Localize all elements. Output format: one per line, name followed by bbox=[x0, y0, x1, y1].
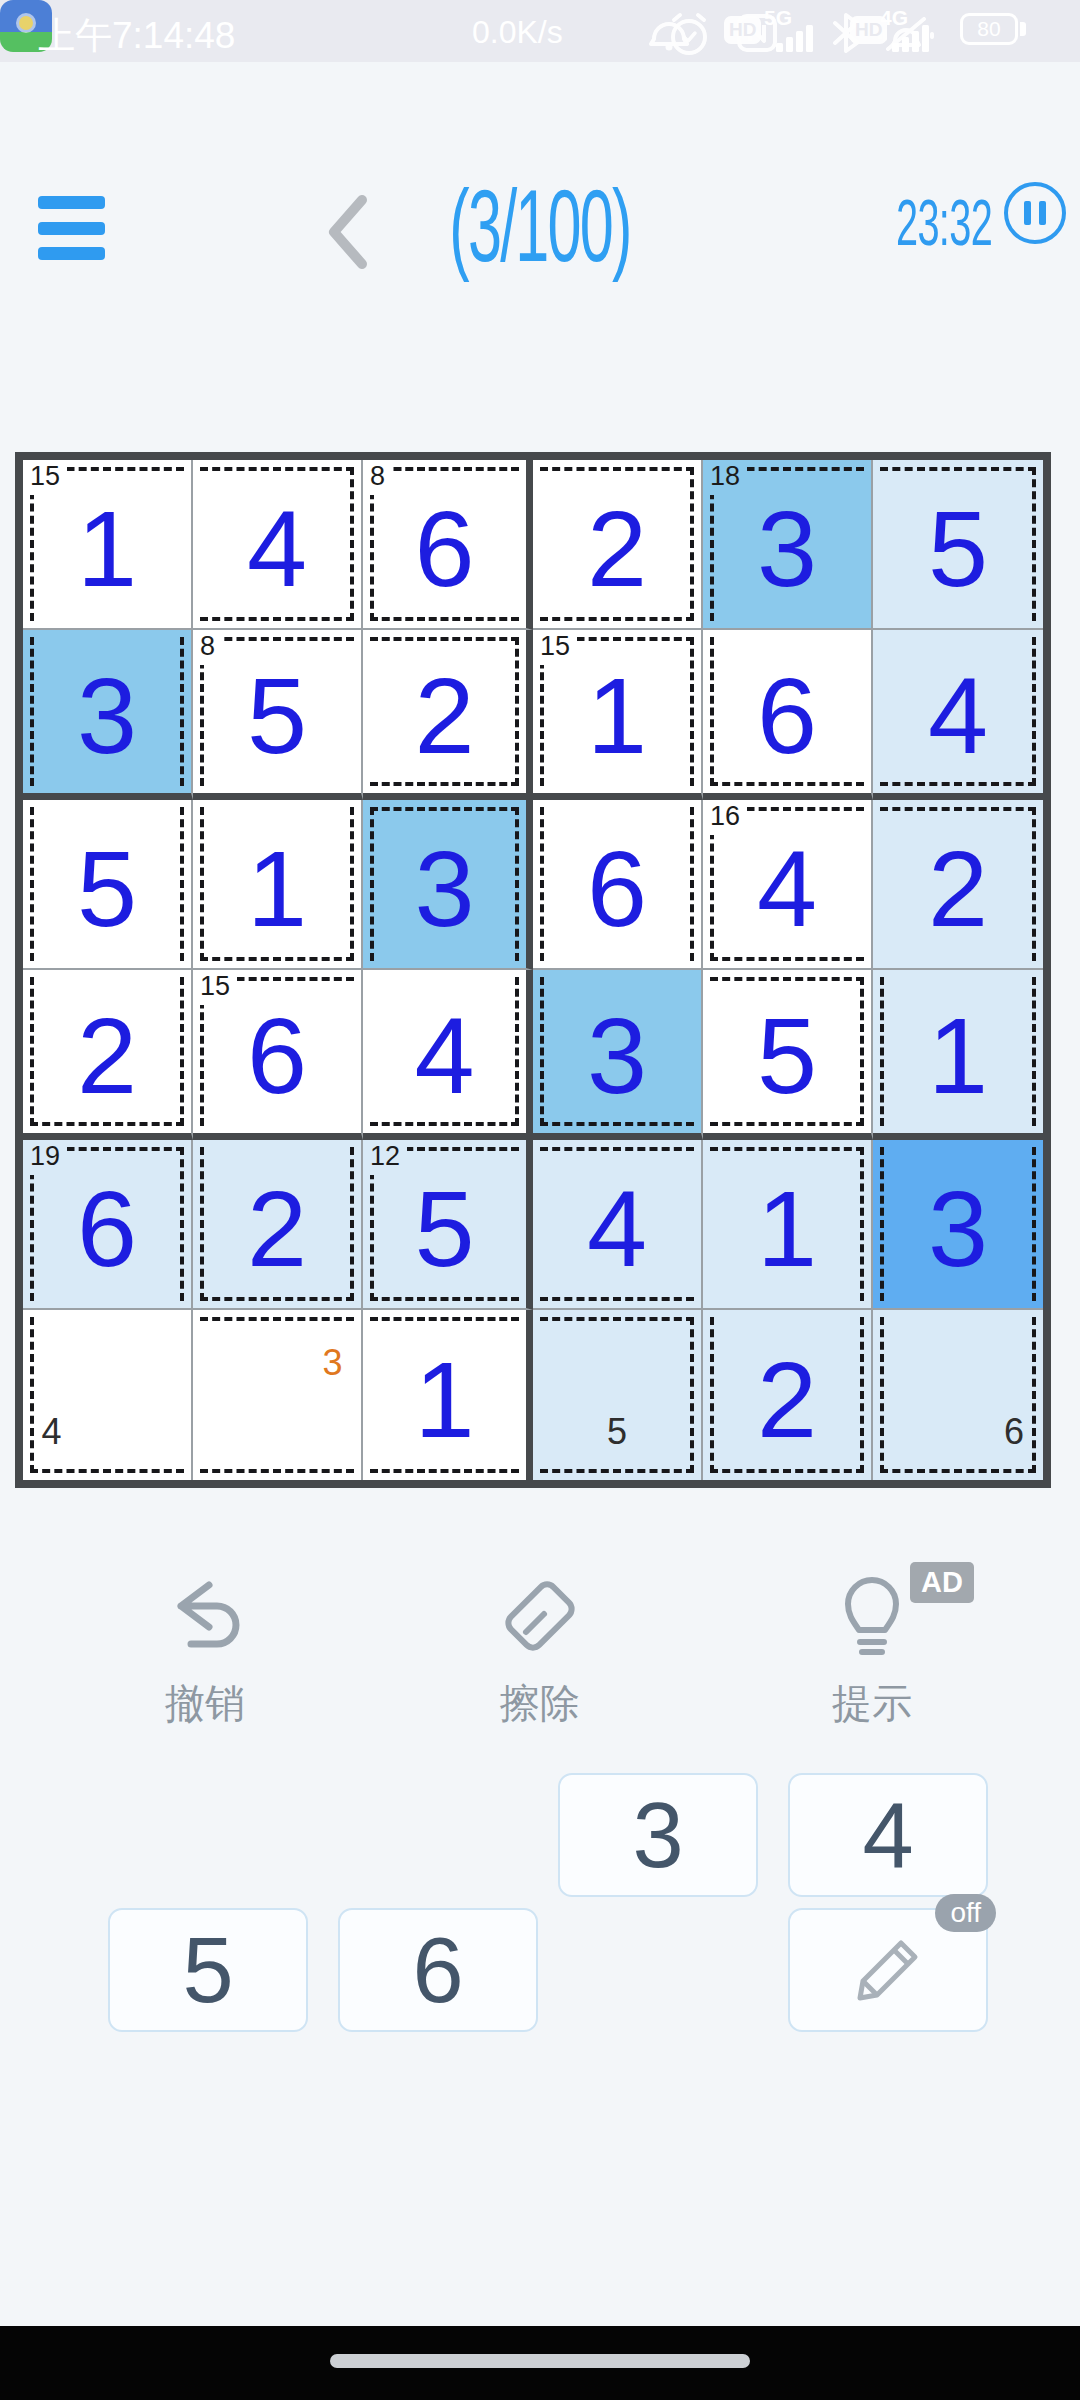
network-speed-text: 0.0K/s bbox=[472, 14, 563, 51]
numpad-button-5[interactable]: 5 bbox=[108, 1908, 308, 2032]
pause-button[interactable] bbox=[1004, 182, 1066, 244]
pencil-off-badge: off bbox=[935, 1894, 996, 1932]
cell-r1c5[interactable]: 183 bbox=[703, 460, 873, 630]
signal-sim1: 5G bbox=[762, 8, 842, 54]
cell-value: 4 bbox=[757, 835, 817, 943]
cell-r6c4[interactable]: 5 bbox=[533, 1310, 703, 1480]
cage-border bbox=[200, 1317, 354, 1473]
cage-sum: 18 bbox=[708, 461, 747, 495]
cell-r4c6[interactable]: 1 bbox=[873, 970, 1043, 1140]
erase-label: 擦除 bbox=[450, 1676, 630, 1731]
undo-button[interactable]: 撤销 bbox=[115, 1568, 295, 1731]
cell-value: 1 bbox=[928, 1002, 988, 1110]
cage-sum: 12 bbox=[368, 1141, 407, 1175]
pencil-mark-5: 5 bbox=[607, 1414, 627, 1450]
cell-r5c1[interactable]: 196 bbox=[23, 1140, 193, 1310]
signal-sim2: 4G bbox=[878, 8, 958, 54]
cell-r5c5[interactable]: 1 bbox=[703, 1140, 873, 1310]
cell-r5c4[interactable]: 4 bbox=[533, 1140, 703, 1310]
cell-r6c2[interactable]: 3 bbox=[193, 1310, 363, 1480]
cell-value: 5 bbox=[414, 1175, 474, 1283]
erase-button[interactable]: 擦除 bbox=[450, 1568, 630, 1731]
status-bar: 上午7:14:48 0.0K/s bbox=[0, 0, 1080, 62]
eraser-icon bbox=[492, 1572, 588, 1664]
cell-value: 3 bbox=[757, 495, 817, 603]
cell-r3c6[interactable]: 2 bbox=[873, 800, 1043, 970]
pencil-icon bbox=[849, 1931, 927, 2009]
menu-button[interactable] bbox=[38, 196, 105, 260]
cell-value: 2 bbox=[247, 1175, 307, 1283]
cell-r3c1[interactable]: 5 bbox=[23, 800, 193, 970]
cage-sum: 16 bbox=[708, 801, 747, 835]
battery-indicator: 80 bbox=[960, 13, 1026, 45]
numpad-button-6[interactable]: 6 bbox=[338, 1908, 538, 2032]
cell-value: 1 bbox=[247, 835, 307, 943]
cell-value: 6 bbox=[414, 495, 474, 603]
cell-value: 5 bbox=[757, 1002, 817, 1110]
cell-r6c5[interactable]: 2 bbox=[703, 1310, 873, 1480]
cage-sum: 8 bbox=[198, 631, 222, 665]
cage-sum: 15 bbox=[198, 971, 237, 1005]
cell-value: 4 bbox=[414, 1002, 474, 1110]
cell-r2c1[interactable]: 3 bbox=[23, 630, 193, 800]
system-nav-bar bbox=[0, 2326, 1080, 2400]
alarm-clock-icon bbox=[666, 12, 712, 58]
cell-r2c6[interactable]: 4 bbox=[873, 630, 1043, 800]
cell-r3c3[interactable]: 3 bbox=[363, 800, 533, 970]
cell-value: 3 bbox=[414, 835, 474, 943]
ad-badge: AD bbox=[910, 1562, 974, 1603]
cell-r1c4[interactable]: 2 bbox=[533, 460, 703, 630]
cage-sum: 8 bbox=[368, 461, 392, 495]
battery-level: 80 bbox=[960, 13, 1018, 45]
cage-sum: 15 bbox=[538, 631, 577, 665]
pencil-mark-3: 3 bbox=[322, 1345, 342, 1381]
cell-r5c6[interactable]: 3 bbox=[873, 1140, 1043, 1310]
cell-r5c3[interactable]: 125 bbox=[363, 1140, 533, 1310]
numpad-button-4[interactable]: 4 bbox=[788, 1773, 988, 1897]
hd-badge-1: HD bbox=[724, 16, 761, 44]
cell-r1c1[interactable]: 151 bbox=[23, 460, 193, 630]
cell-value: 1 bbox=[77, 495, 137, 603]
cell-value: 4 bbox=[587, 1175, 647, 1283]
cell-value: 5 bbox=[928, 495, 988, 603]
cell-r5c2[interactable]: 2 bbox=[193, 1140, 363, 1310]
cell-value: 1 bbox=[414, 1346, 474, 1454]
cell-r2c3[interactable]: 2 bbox=[363, 630, 533, 800]
cell-r4c2[interactable]: 156 bbox=[193, 970, 363, 1140]
cell-value: 4 bbox=[247, 495, 307, 603]
cell-value: 1 bbox=[587, 662, 647, 770]
cell-value: 2 bbox=[414, 662, 474, 770]
undo-label: 撤销 bbox=[115, 1676, 295, 1731]
cell-value: 6 bbox=[587, 835, 647, 943]
cell-value: 2 bbox=[77, 1002, 137, 1110]
hint-button[interactable]: AD 提示 bbox=[782, 1568, 962, 1731]
cell-value: 6 bbox=[77, 1175, 137, 1283]
cell-r6c3[interactable]: 1 bbox=[363, 1310, 533, 1480]
pencil-mode-button[interactable]: off bbox=[788, 1908, 988, 2032]
cell-r1c2[interactable]: 4 bbox=[193, 460, 363, 630]
level-progress-title: (3/100) bbox=[216, 168, 864, 285]
cell-value: 6 bbox=[757, 662, 817, 770]
cell-r1c3[interactable]: 86 bbox=[363, 460, 533, 630]
cell-r3c4[interactable]: 6 bbox=[533, 800, 703, 970]
game-timer: 23:32 bbox=[896, 186, 992, 260]
cell-value: 5 bbox=[77, 835, 137, 943]
numpad-button-3[interactable]: 3 bbox=[558, 1773, 758, 1897]
cell-r2c5[interactable]: 6 bbox=[703, 630, 873, 800]
cell-r3c2[interactable]: 1 bbox=[193, 800, 363, 970]
cell-r3c5[interactable]: 164 bbox=[703, 800, 873, 970]
cell-r1c6[interactable]: 5 bbox=[873, 460, 1043, 630]
cell-value: 3 bbox=[77, 662, 137, 770]
cell-r4c1[interactable]: 2 bbox=[23, 970, 193, 1140]
cage-sum: 15 bbox=[28, 461, 67, 495]
cell-value: 6 bbox=[247, 1002, 307, 1110]
home-indicator[interactable] bbox=[330, 2354, 750, 2368]
cell-r4c3[interactable]: 4 bbox=[363, 970, 533, 1140]
cell-value: 3 bbox=[587, 1002, 647, 1110]
cell-value: 4 bbox=[928, 662, 988, 770]
hint-label: 提示 bbox=[782, 1676, 962, 1731]
cell-value: 2 bbox=[928, 835, 988, 943]
undo-icon bbox=[157, 1576, 253, 1660]
pencil-mark-4: 4 bbox=[42, 1414, 62, 1450]
killer-sudoku-board: 1514862183538521516451361642215643511962… bbox=[15, 452, 1051, 1488]
cell-value: 1 bbox=[757, 1175, 817, 1283]
killer-sudoku-app-screen: 上午7:14:48 0.0K/s bbox=[0, 0, 1080, 2400]
cell-value: 5 bbox=[247, 662, 307, 770]
cell-r6c6[interactable]: 6 bbox=[873, 1310, 1043, 1480]
cell-r4c4[interactable]: 3 bbox=[533, 970, 703, 1140]
cell-r6c1[interactable]: 4 bbox=[23, 1310, 193, 1480]
cell-r2c4[interactable]: 151 bbox=[533, 630, 703, 800]
pencil-mark-6: 6 bbox=[1004, 1414, 1024, 1450]
cell-value: 2 bbox=[587, 495, 647, 603]
clock-text: 上午7:14:48 bbox=[38, 11, 235, 61]
cell-r2c2[interactable]: 85 bbox=[193, 630, 363, 800]
cage-sum: 19 bbox=[28, 1141, 67, 1175]
lightbulb-icon bbox=[826, 1568, 918, 1668]
cell-r4c5[interactable]: 5 bbox=[703, 970, 873, 1140]
cell-value: 2 bbox=[757, 1346, 817, 1454]
cell-value: 3 bbox=[928, 1175, 988, 1283]
